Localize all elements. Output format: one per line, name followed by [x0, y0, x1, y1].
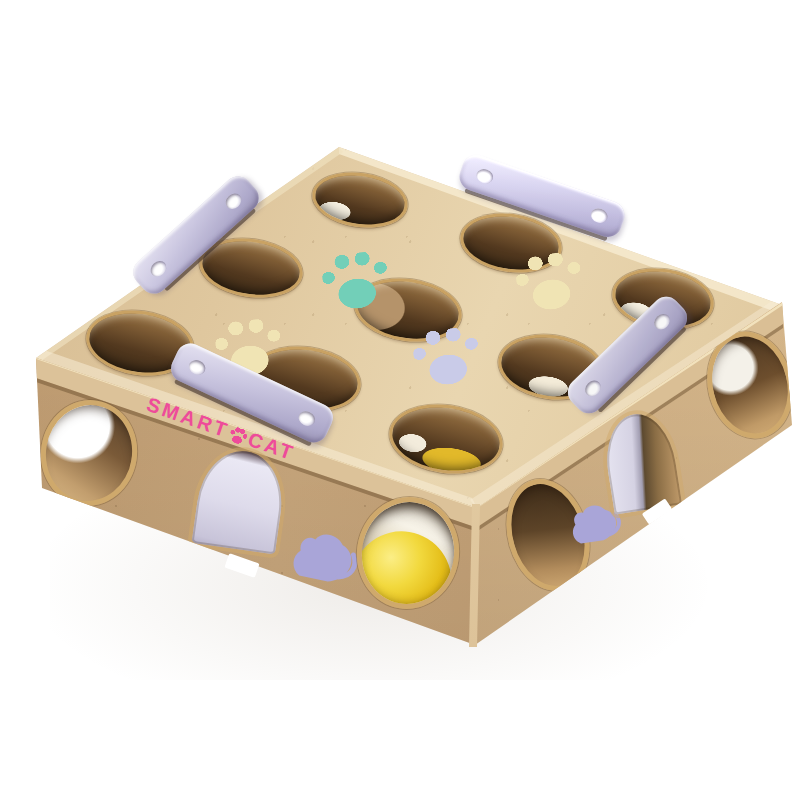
bracket-screw-hole — [474, 167, 495, 186]
bracket-screw-hole — [651, 311, 673, 333]
bracket-screw-hole — [187, 357, 208, 377]
top-hole-9 — [385, 397, 507, 480]
paw-print-cream-right-icon — [513, 250, 586, 317]
top-hole-1 — [309, 167, 412, 234]
bracket-screw-hole — [589, 206, 610, 225]
bracket-screw-hole — [223, 190, 245, 212]
product-photo-canvas: SMARTCAT — [0, 0, 800, 800]
bracket-screw-hole — [582, 377, 604, 399]
bracket-screw-hole — [147, 258, 169, 280]
paw-print-teal-icon — [320, 250, 392, 315]
yellow-ball — [349, 524, 459, 616]
bracket-screw-hole — [296, 409, 317, 429]
paw-print-lavender-icon — [411, 326, 483, 391]
